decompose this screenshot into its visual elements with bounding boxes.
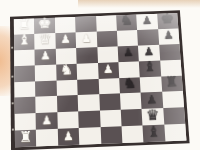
- square-r1c1: ♜: [14, 18, 35, 34]
- black-pawn: ♟: [123, 47, 134, 59]
- square-r8c5: [100, 126, 122, 143]
- square-r8c7: ♝: [143, 125, 165, 142]
- square-r8c4: [79, 127, 101, 145]
- square-r4c4: [77, 63, 98, 80]
- square-r7c2: ♟: [36, 112, 58, 129]
- square-r1c4: [75, 16, 96, 32]
- square-r6c5: [99, 94, 121, 111]
- square-r7c3: [57, 112, 79, 129]
- square-r3c8: [159, 44, 181, 60]
- square-r4c1: [14, 65, 35, 82]
- square-r7c7: ♛: [142, 108, 164, 125]
- white-pawn: ♟: [60, 34, 71, 45]
- black-knight: ♞: [123, 76, 137, 91]
- square-r2c7: [137, 29, 159, 45]
- black-pawn: ♟: [146, 93, 157, 105]
- board-perspective-wrap: ♜♚♞♟♚♝♛♟♟♟♟♟♟♞♟♝♞♜♟♟♛♜♟♝: [10, 10, 190, 150]
- black-queen: ♛: [146, 108, 160, 123]
- white-rook: ♜: [18, 18, 31, 32]
- white-pawn: ♟: [81, 33, 92, 44]
- white-pawn: ♟: [40, 50, 51, 62]
- square-r1c8: ♚: [157, 13, 178, 29]
- white-knight: ♞: [60, 63, 74, 78]
- square-r8c1: ♜: [15, 130, 37, 148]
- black-rook: ♜: [165, 75, 179, 90]
- square-r5c1: [14, 81, 35, 98]
- square-r8c3: ♟: [58, 128, 80, 146]
- square-r2c5: [96, 31, 117, 47]
- square-r1c2: ♚: [34, 18, 55, 34]
- square-r4c7: ♝: [139, 60, 161, 77]
- white-king: ♚: [38, 17, 52, 32]
- square-r2c8: ♟: [158, 28, 180, 44]
- square-r1c6: ♞: [116, 15, 137, 31]
- square-r8c2: [36, 129, 58, 147]
- square-r4c3: ♞: [56, 63, 77, 80]
- square-r7c1: [15, 113, 36, 130]
- square-r6c6: [120, 93, 142, 110]
- square-r3c3: [56, 48, 77, 64]
- square-r7c8: [163, 107, 185, 124]
- square-r4c5: ♟: [98, 62, 120, 79]
- board-grommet-icon: [12, 129, 14, 131]
- black-pawn: ♟: [143, 46, 154, 58]
- square-r1c7: ♟: [136, 14, 157, 30]
- square-r1c3: [55, 17, 76, 33]
- black-knight: ♞: [120, 14, 134, 28]
- square-r8c6: [121, 126, 143, 143]
- square-r5c4: [77, 78, 99, 95]
- square-r7c5: [99, 110, 121, 127]
- square-r3c1: [14, 49, 35, 66]
- black-pawn: ♟: [163, 30, 174, 41]
- white-bishop: ♝: [18, 33, 31, 47]
- board-grommet-icon: [11, 75, 13, 77]
- white-rook: ♜: [19, 129, 33, 144]
- white-queen: ♛: [38, 33, 51, 47]
- photo-background: ♜♚♞♟♚♝♛♟♟♟♟♟♟♞♟♝♞♜♟♟♛♜♟♝: [0, 0, 200, 150]
- square-r5c5: [98, 78, 120, 95]
- chess-board: ♜♚♞♟♚♝♛♟♟♟♟♟♟♞♟♝♞♜♟♟♛♜♟♝: [10, 10, 190, 150]
- square-r3c6: ♟: [118, 45, 140, 61]
- square-r6c2: [36, 96, 57, 113]
- square-r6c1: [15, 97, 36, 114]
- white-pawn: ♟: [41, 114, 52, 126]
- square-r2c6: [117, 30, 138, 46]
- square-r7c4: [78, 111, 100, 128]
- square-r3c2: ♟: [35, 49, 56, 65]
- square-r6c8: [162, 91, 184, 108]
- square-r5c8: ♜: [161, 75, 183, 92]
- square-r6c3: [57, 95, 79, 112]
- white-pawn: ♟: [63, 130, 74, 142]
- table-surface-top: [78, 0, 200, 8]
- square-r1c5: [96, 15, 117, 31]
- square-r8c8: [164, 124, 186, 141]
- white-pawn: ♟: [103, 63, 114, 75]
- square-r3c7: ♟: [138, 45, 160, 61]
- square-r3c4: [76, 47, 97, 63]
- square-r3c5: [97, 46, 118, 62]
- square-r4c6: [118, 61, 140, 78]
- square-r2c2: ♛: [35, 33, 56, 49]
- square-r4c8: [160, 59, 182, 76]
- square-r5c2: [35, 80, 56, 97]
- square-r4c2: [35, 64, 56, 81]
- square-r2c3: ♟: [55, 32, 76, 48]
- square-r7c6: [121, 109, 143, 126]
- square-r5c6: ♞: [119, 77, 141, 94]
- square-r5c7: [140, 76, 162, 93]
- square-r5c3: [56, 79, 77, 96]
- square-r2c1: ♝: [14, 34, 35, 50]
- board-grommet-icon: [12, 102, 14, 104]
- square-r6c7: ♟: [141, 92, 163, 109]
- black-pawn: ♟: [142, 15, 153, 26]
- square-r6c4: [78, 95, 100, 112]
- square-r2c4: ♟: [76, 31, 97, 47]
- black-king: ♚: [160, 12, 175, 27]
- black-bishop: ♝: [143, 60, 157, 75]
- black-bishop: ♝: [147, 124, 161, 139]
- board-grommet-icon: [11, 46, 13, 48]
